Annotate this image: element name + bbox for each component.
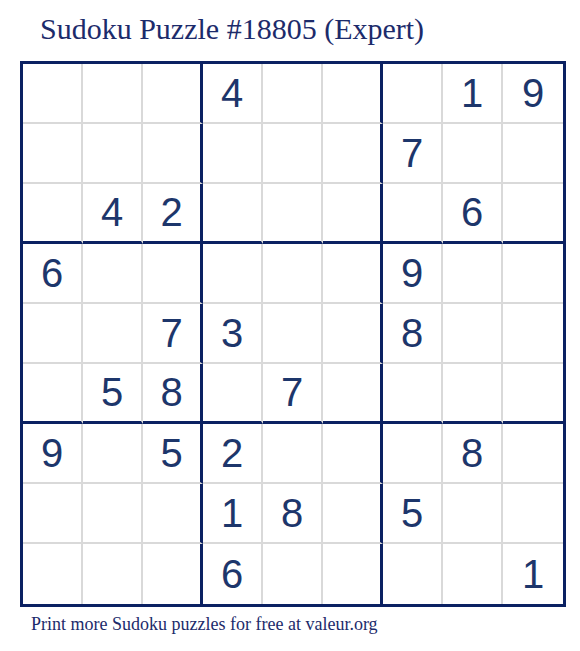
sudoku-cell-r5c4[interactable]: 3: [203, 304, 263, 364]
sudoku-cell-r1c2[interactable]: [83, 64, 143, 124]
sudoku-cell-r8c3[interactable]: [143, 484, 203, 544]
footer-text: Print more Sudoku puzzles for free at va…: [31, 614, 378, 635]
sudoku-cell-r8c9[interactable]: [503, 484, 563, 544]
page-title: Sudoku Puzzle #18805 (Expert): [40, 12, 424, 46]
sudoku-cell-r5c6[interactable]: [323, 304, 383, 364]
sudoku-cell-r6c9[interactable]: [503, 364, 563, 424]
sudoku-cell-r5c3[interactable]: 7: [143, 304, 203, 364]
sudoku-cell-r7c6[interactable]: [323, 424, 383, 484]
sudoku-cell-r8c6[interactable]: [323, 484, 383, 544]
sudoku-cell-r7c5[interactable]: [263, 424, 323, 484]
sudoku-cell-r4c1[interactable]: 6: [23, 244, 83, 304]
sudoku-cell-r3c4[interactable]: [203, 184, 263, 244]
sudoku-cell-r6c3[interactable]: 8: [143, 364, 203, 424]
sudoku-cell-r2c3[interactable]: [143, 124, 203, 184]
sudoku-cell-r2c6[interactable]: [323, 124, 383, 184]
sudoku-cell-r2c1[interactable]: [23, 124, 83, 184]
sudoku-cell-r7c3[interactable]: 5: [143, 424, 203, 484]
sudoku-cell-r8c7[interactable]: 5: [383, 484, 443, 544]
sudoku-cell-r8c5[interactable]: 8: [263, 484, 323, 544]
sudoku-cell-r2c5[interactable]: [263, 124, 323, 184]
sudoku-cell-r6c6[interactable]: [323, 364, 383, 424]
sudoku-cell-r9c9[interactable]: 1: [503, 544, 563, 604]
sudoku-cell-r4c8[interactable]: [443, 244, 503, 304]
sudoku-cell-r6c7[interactable]: [383, 364, 443, 424]
sudoku-cell-r1c5[interactable]: [263, 64, 323, 124]
sudoku-cell-r8c2[interactable]: [83, 484, 143, 544]
sudoku-cell-r1c4[interactable]: 4: [203, 64, 263, 124]
sudoku-cell-r3c9[interactable]: [503, 184, 563, 244]
sudoku-cell-r6c8[interactable]: [443, 364, 503, 424]
sudoku-cell-r4c9[interactable]: [503, 244, 563, 304]
sudoku-cell-r4c4[interactable]: [203, 244, 263, 304]
sudoku-cell-r9c2[interactable]: [83, 544, 143, 604]
sudoku-cell-r9c5[interactable]: [263, 544, 323, 604]
sudoku-cell-r6c4[interactable]: [203, 364, 263, 424]
sudoku-cell-r1c9[interactable]: 9: [503, 64, 563, 124]
sudoku-cell-r8c1[interactable]: [23, 484, 83, 544]
sudoku-cell-r6c5[interactable]: 7: [263, 364, 323, 424]
sudoku-cell-r3c1[interactable]: [23, 184, 83, 244]
sudoku-cell-r8c4[interactable]: 1: [203, 484, 263, 544]
sudoku-cell-r3c7[interactable]: [383, 184, 443, 244]
sudoku-cell-r4c5[interactable]: [263, 244, 323, 304]
sudoku-cell-r1c1[interactable]: [23, 64, 83, 124]
sudoku-cell-r9c1[interactable]: [23, 544, 83, 604]
sudoku-cell-r9c8[interactable]: [443, 544, 503, 604]
sudoku-cell-r4c3[interactable]: [143, 244, 203, 304]
sudoku-cell-r3c8[interactable]: 6: [443, 184, 503, 244]
sudoku-cell-r1c3[interactable]: [143, 64, 203, 124]
sudoku-cell-r9c3[interactable]: [143, 544, 203, 604]
sudoku-cell-r5c7[interactable]: 8: [383, 304, 443, 364]
sudoku-grid: 419742669738587952818561: [20, 61, 566, 607]
sudoku-page: Sudoku Puzzle #18805 (Expert) 4197426697…: [0, 0, 580, 651]
sudoku-cell-r5c9[interactable]: [503, 304, 563, 364]
sudoku-cell-r3c6[interactable]: [323, 184, 383, 244]
sudoku-cell-r2c9[interactable]: [503, 124, 563, 184]
sudoku-cell-r3c5[interactable]: [263, 184, 323, 244]
sudoku-cell-r7c4[interactable]: 2: [203, 424, 263, 484]
sudoku-cell-r7c2[interactable]: [83, 424, 143, 484]
sudoku-cell-r4c7[interactable]: 9: [383, 244, 443, 304]
sudoku-cell-r3c3[interactable]: 2: [143, 184, 203, 244]
sudoku-cell-r2c2[interactable]: [83, 124, 143, 184]
sudoku-cell-r6c2[interactable]: 5: [83, 364, 143, 424]
sudoku-cell-r9c4[interactable]: 6: [203, 544, 263, 604]
sudoku-cell-r6c1[interactable]: [23, 364, 83, 424]
sudoku-cell-r7c7[interactable]: [383, 424, 443, 484]
sudoku-cell-r5c8[interactable]: [443, 304, 503, 364]
sudoku-cell-r8c8[interactable]: [443, 484, 503, 544]
sudoku-cell-r5c5[interactable]: [263, 304, 323, 364]
sudoku-cell-r7c9[interactable]: [503, 424, 563, 484]
sudoku-cell-r1c6[interactable]: [323, 64, 383, 124]
sudoku-cell-r4c2[interactable]: [83, 244, 143, 304]
sudoku-cell-r5c1[interactable]: [23, 304, 83, 364]
sudoku-cell-r2c8[interactable]: [443, 124, 503, 184]
sudoku-cell-r9c7[interactable]: [383, 544, 443, 604]
sudoku-cell-r1c7[interactable]: [383, 64, 443, 124]
sudoku-cell-r2c4[interactable]: [203, 124, 263, 184]
sudoku-cell-r3c2[interactable]: 4: [83, 184, 143, 244]
sudoku-cell-r9c6[interactable]: [323, 544, 383, 604]
sudoku-cell-r2c7[interactable]: 7: [383, 124, 443, 184]
sudoku-cell-r7c1[interactable]: 9: [23, 424, 83, 484]
sudoku-cell-r1c8[interactable]: 1: [443, 64, 503, 124]
sudoku-cell-r4c6[interactable]: [323, 244, 383, 304]
sudoku-cell-r5c2[interactable]: [83, 304, 143, 364]
sudoku-cell-r7c8[interactable]: 8: [443, 424, 503, 484]
